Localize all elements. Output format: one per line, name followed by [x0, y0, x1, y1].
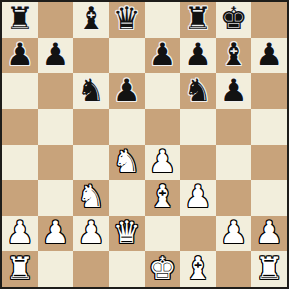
square-b7[interactable]: ♟ — [38, 38, 74, 74]
square-g6[interactable]: ♟ — [216, 73, 252, 109]
square-d4[interactable]: ♞ — [109, 145, 145, 181]
piece-black-bishop[interactable]: ♝ — [77, 3, 105, 34]
square-h2[interactable]: ♟ — [251, 216, 287, 252]
piece-white-knight[interactable]: ♞ — [77, 181, 105, 212]
square-g8[interactable]: ♚ — [216, 2, 252, 38]
piece-black-king[interactable]: ♚ — [220, 3, 248, 34]
piece-white-king[interactable]: ♚ — [148, 253, 176, 284]
piece-black-rook[interactable]: ♜ — [184, 3, 212, 34]
square-d1[interactable] — [109, 251, 145, 287]
square-g3[interactable] — [216, 180, 252, 216]
square-f4[interactable] — [180, 145, 216, 181]
square-h6[interactable] — [251, 73, 287, 109]
piece-black-pawn[interactable]: ♟ — [113, 75, 141, 106]
square-a2[interactable]: ♟ — [2, 216, 38, 252]
piece-black-pawn[interactable]: ♟ — [148, 39, 176, 70]
square-f8[interactable]: ♜ — [180, 2, 216, 38]
square-a3[interactable] — [2, 180, 38, 216]
square-e7[interactable]: ♟ — [145, 38, 181, 74]
square-e5[interactable] — [145, 109, 181, 145]
chess-board-container: ♜♝♛♜♚♟♟♟♟♝♟♞♟♞♟♞♟♞♝♟♟♟♟♛♟♟♜♚♝♜ — [0, 0, 289, 289]
square-c7[interactable] — [73, 38, 109, 74]
square-e4[interactable]: ♟ — [145, 145, 181, 181]
square-a7[interactable]: ♟ — [2, 38, 38, 74]
square-c1[interactable] — [73, 251, 109, 287]
piece-white-rook[interactable]: ♜ — [255, 253, 283, 284]
square-e2[interactable] — [145, 216, 181, 252]
square-a8[interactable]: ♜ — [2, 2, 38, 38]
piece-white-pawn[interactable]: ♟ — [77, 217, 105, 248]
piece-white-pawn[interactable]: ♟ — [148, 146, 176, 177]
square-h7[interactable]: ♟ — [251, 38, 287, 74]
chess-board: ♜♝♛♜♚♟♟♟♟♝♟♞♟♞♟♞♟♞♝♟♟♟♟♛♟♟♜♚♝♜ — [0, 0, 289, 289]
piece-white-pawn[interactable]: ♟ — [220, 217, 248, 248]
piece-black-pawn[interactable]: ♟ — [220, 75, 248, 106]
square-d6[interactable]: ♟ — [109, 73, 145, 109]
square-h5[interactable] — [251, 109, 287, 145]
square-f3[interactable]: ♟ — [180, 180, 216, 216]
square-f5[interactable] — [180, 109, 216, 145]
square-g4[interactable] — [216, 145, 252, 181]
square-d7[interactable] — [109, 38, 145, 74]
square-b8[interactable] — [38, 2, 74, 38]
piece-black-bishop[interactable]: ♝ — [220, 39, 248, 70]
square-f6[interactable]: ♞ — [180, 73, 216, 109]
square-c4[interactable] — [73, 145, 109, 181]
square-b6[interactable] — [38, 73, 74, 109]
piece-black-pawn[interactable]: ♟ — [184, 39, 212, 70]
square-e1[interactable]: ♚ — [145, 251, 181, 287]
piece-white-bishop[interactable]: ♝ — [184, 253, 212, 284]
square-h8[interactable] — [251, 2, 287, 38]
piece-white-queen[interactable]: ♛ — [113, 217, 141, 248]
square-f7[interactable]: ♟ — [180, 38, 216, 74]
square-h1[interactable]: ♜ — [251, 251, 287, 287]
square-d8[interactable]: ♛ — [109, 2, 145, 38]
square-b4[interactable] — [38, 145, 74, 181]
square-e6[interactable] — [145, 73, 181, 109]
square-d5[interactable] — [109, 109, 145, 145]
square-h3[interactable] — [251, 180, 287, 216]
square-a6[interactable] — [2, 73, 38, 109]
piece-black-pawn[interactable]: ♟ — [255, 39, 283, 70]
piece-white-bishop[interactable]: ♝ — [148, 181, 176, 212]
square-b1[interactable] — [38, 251, 74, 287]
piece-white-pawn[interactable]: ♟ — [184, 181, 212, 212]
square-c2[interactable]: ♟ — [73, 216, 109, 252]
piece-black-pawn[interactable]: ♟ — [6, 39, 34, 70]
square-b3[interactable] — [38, 180, 74, 216]
piece-black-pawn[interactable]: ♟ — [42, 39, 70, 70]
square-c6[interactable]: ♞ — [73, 73, 109, 109]
square-b2[interactable]: ♟ — [38, 216, 74, 252]
square-f2[interactable] — [180, 216, 216, 252]
square-b5[interactable] — [38, 109, 74, 145]
piece-white-pawn[interactable]: ♟ — [42, 217, 70, 248]
square-a4[interactable] — [2, 145, 38, 181]
square-g5[interactable] — [216, 109, 252, 145]
square-c8[interactable]: ♝ — [73, 2, 109, 38]
square-g7[interactable]: ♝ — [216, 38, 252, 74]
piece-white-pawn[interactable]: ♟ — [255, 217, 283, 248]
piece-white-pawn[interactable]: ♟ — [6, 217, 34, 248]
piece-black-knight[interactable]: ♞ — [184, 75, 212, 106]
square-f1[interactable]: ♝ — [180, 251, 216, 287]
piece-black-knight[interactable]: ♞ — [77, 75, 105, 106]
square-d3[interactable] — [109, 180, 145, 216]
square-a1[interactable]: ♜ — [2, 251, 38, 287]
square-d2[interactable]: ♛ — [109, 216, 145, 252]
square-g1[interactable] — [216, 251, 252, 287]
piece-white-knight[interactable]: ♞ — [113, 146, 141, 177]
square-c5[interactable] — [73, 109, 109, 145]
square-g2[interactable]: ♟ — [216, 216, 252, 252]
piece-black-rook[interactable]: ♜ — [6, 3, 34, 34]
square-c3[interactable]: ♞ — [73, 180, 109, 216]
piece-black-queen[interactable]: ♛ — [113, 3, 141, 34]
square-a5[interactable] — [2, 109, 38, 145]
square-e3[interactable]: ♝ — [145, 180, 181, 216]
square-h4[interactable] — [251, 145, 287, 181]
square-e8[interactable] — [145, 2, 181, 38]
piece-white-rook[interactable]: ♜ — [6, 253, 34, 284]
